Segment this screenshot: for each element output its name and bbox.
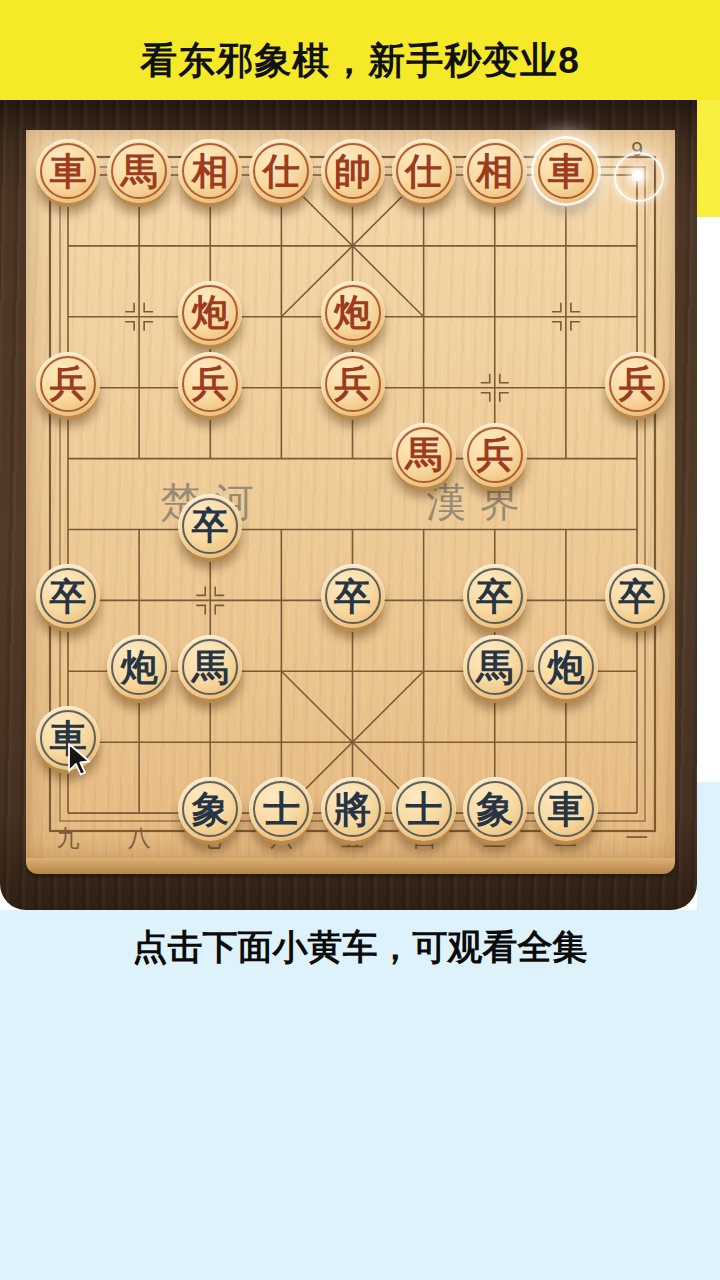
position-marker bbox=[500, 393, 509, 402]
piece-glyph: 卒 bbox=[36, 564, 100, 628]
piece-glyph: 象 bbox=[178, 777, 242, 841]
piece-black-elephant[interactable]: 象 bbox=[463, 777, 527, 841]
piece-glyph: 士 bbox=[392, 777, 456, 841]
piece-red-soldier[interactable]: 兵 bbox=[605, 352, 669, 416]
piece-black-soldier[interactable]: 卒 bbox=[321, 564, 385, 628]
piece-black-elephant[interactable]: 象 bbox=[178, 777, 242, 841]
piece-black-advisor[interactable]: 士 bbox=[392, 777, 456, 841]
file-label-bottom: 九 bbox=[57, 825, 80, 851]
piece-glyph: 車 bbox=[36, 139, 100, 203]
piece-glyph: 相 bbox=[463, 139, 527, 203]
file-label-bottom: 八 bbox=[128, 825, 151, 851]
piece-black-advisor[interactable]: 士 bbox=[249, 777, 313, 841]
piece-red-soldier[interactable]: 兵 bbox=[321, 352, 385, 416]
piece-glyph: 仕 bbox=[249, 139, 313, 203]
caption-area: 点击下面小黄车，可观看全集 bbox=[0, 910, 720, 1280]
piece-glyph: 炮 bbox=[321, 281, 385, 345]
piece-glyph: 馬 bbox=[392, 423, 456, 487]
file-label-bottom: 一 bbox=[626, 825, 649, 851]
piece-glyph: 兵 bbox=[463, 423, 527, 487]
side-strip-yellow bbox=[697, 100, 720, 217]
piece-black-soldier[interactable]: 卒 bbox=[463, 564, 527, 628]
piece-glyph: 馬 bbox=[178, 635, 242, 699]
piece-glyph: 兵 bbox=[605, 352, 669, 416]
piece-glyph: 車 bbox=[534, 139, 598, 203]
position-marker bbox=[571, 303, 580, 312]
position-marker bbox=[481, 374, 490, 383]
piece-glyph: 馬 bbox=[463, 635, 527, 699]
position-marker bbox=[196, 586, 205, 595]
position-marker bbox=[500, 374, 509, 383]
piece-glyph: 炮 bbox=[534, 635, 598, 699]
piece-black-general[interactable]: 將 bbox=[321, 777, 385, 841]
position-marker bbox=[215, 586, 224, 595]
piece-glyph: 卒 bbox=[605, 564, 669, 628]
piece-glyph: 士 bbox=[249, 777, 313, 841]
piece-red-soldier[interactable]: 兵 bbox=[463, 423, 527, 487]
page-title: 看东邪象棋，新手秒变业8 bbox=[140, 36, 580, 86]
piece-red-general[interactable]: 帥 bbox=[321, 139, 385, 203]
piece-red-advisor[interactable]: 仕 bbox=[392, 139, 456, 203]
piece-black-cannon[interactable]: 炮 bbox=[534, 635, 598, 699]
position-marker bbox=[215, 605, 224, 614]
piece-red-cannon[interactable]: 炮 bbox=[321, 281, 385, 345]
position-marker bbox=[196, 605, 205, 614]
piece-red-horse[interactable]: 馬 bbox=[107, 139, 171, 203]
piece-black-soldier[interactable]: 卒 bbox=[178, 494, 242, 558]
position-marker bbox=[552, 322, 561, 331]
caption-text: 点击下面小黄车，可观看全集 bbox=[0, 924, 720, 971]
piece-black-cannon[interactable]: 炮 bbox=[107, 635, 171, 699]
piece-black-soldier[interactable]: 卒 bbox=[36, 564, 100, 628]
piece-black-horse[interactable]: 馬 bbox=[178, 635, 242, 699]
piece-glyph: 象 bbox=[463, 777, 527, 841]
piece-glyph: 相 bbox=[178, 139, 242, 203]
piece-glyph: 炮 bbox=[107, 635, 171, 699]
piece-glyph: 炮 bbox=[178, 281, 242, 345]
piece-glyph: 兵 bbox=[321, 352, 385, 416]
piece-red-elephant[interactable]: 相 bbox=[463, 139, 527, 203]
position-marker bbox=[552, 303, 561, 312]
position-marker bbox=[481, 393, 490, 402]
piece-red-chariot[interactable]: 車 bbox=[36, 139, 100, 203]
piece-glyph: 將 bbox=[321, 777, 385, 841]
position-marker bbox=[125, 303, 134, 312]
position-marker bbox=[144, 322, 153, 331]
piece-red-horse[interactable]: 馬 bbox=[392, 423, 456, 487]
piece-red-cannon[interactable]: 炮 bbox=[178, 281, 242, 345]
piece-glyph: 仕 bbox=[392, 139, 456, 203]
mouse-cursor bbox=[64, 742, 98, 780]
piece-red-advisor[interactable]: 仕 bbox=[249, 139, 313, 203]
piece-black-soldier[interactable]: 卒 bbox=[605, 564, 669, 628]
position-marker bbox=[571, 322, 580, 331]
piece-glyph: 卒 bbox=[463, 564, 527, 628]
video-title-banner: 看东邪象棋，新手秒变业8 bbox=[0, 0, 720, 100]
piece-glyph: 車 bbox=[534, 777, 598, 841]
piece-red-soldier[interactable]: 兵 bbox=[36, 352, 100, 416]
piece-glyph: 卒 bbox=[321, 564, 385, 628]
piece-red-soldier[interactable]: 兵 bbox=[178, 352, 242, 416]
piece-red-elephant[interactable]: 相 bbox=[178, 139, 242, 203]
piece-red-chariot[interactable]: 車 bbox=[534, 139, 598, 203]
position-marker bbox=[125, 322, 134, 331]
piece-black-chariot[interactable]: 車 bbox=[534, 777, 598, 841]
piece-glyph: 馬 bbox=[107, 139, 171, 203]
piece-glyph: 帥 bbox=[321, 139, 385, 203]
xiangqi-board: 123456789九八七六五四三二一楚河漢界 車馬相仕帥仕相車炮炮兵兵兵兵馬兵卒… bbox=[0, 100, 697, 910]
side-strip-white bbox=[697, 217, 720, 782]
last-move-origin-dot bbox=[632, 170, 643, 181]
piece-glyph: 兵 bbox=[36, 352, 100, 416]
position-marker bbox=[144, 303, 153, 312]
piece-glyph: 兵 bbox=[178, 352, 242, 416]
piece-black-horse[interactable]: 馬 bbox=[463, 635, 527, 699]
side-strip-cyan bbox=[697, 782, 720, 910]
piece-glyph: 卒 bbox=[178, 494, 242, 558]
